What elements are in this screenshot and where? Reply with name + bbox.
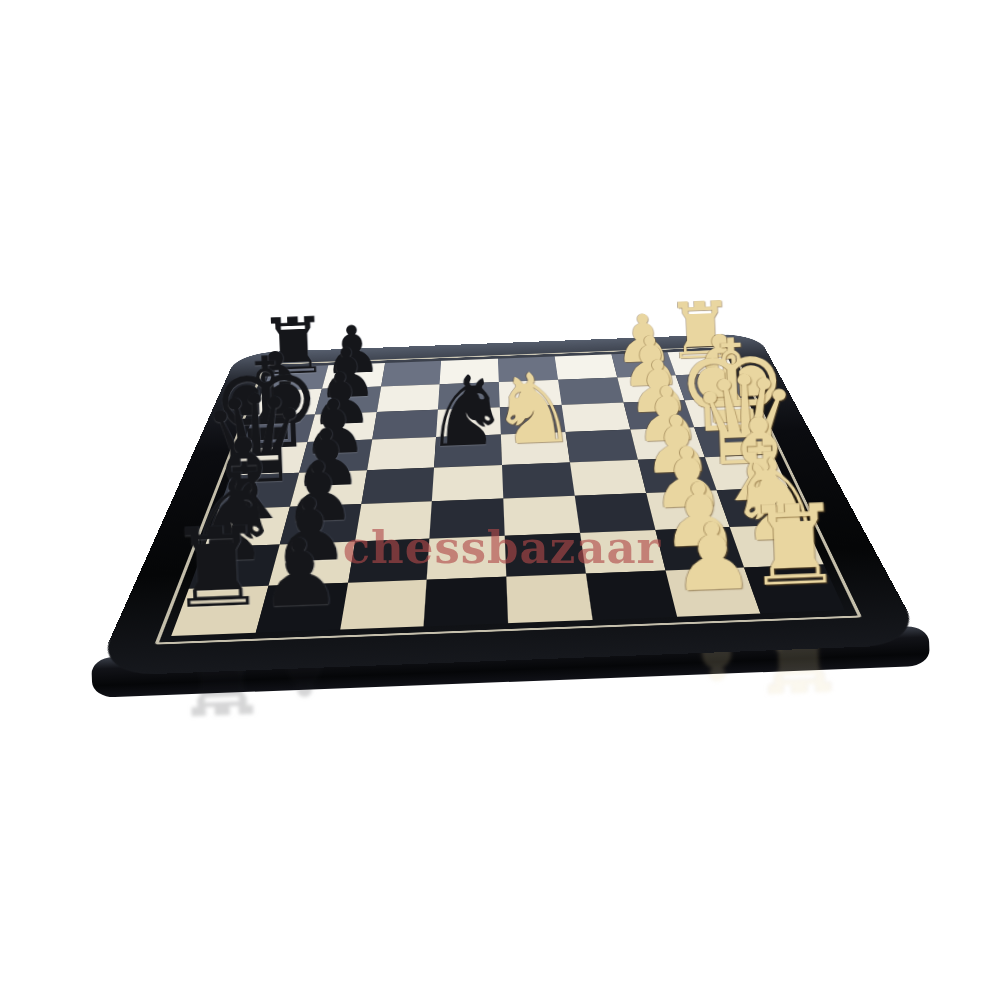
square-f2: ♟♟ (623, 400, 694, 430)
square-h6 (381, 361, 442, 387)
square-g3 (558, 377, 623, 404)
square-f1: ♝♝ (685, 398, 759, 428)
square-d5 (432, 465, 503, 501)
square-g7: ♟♟ (315, 386, 381, 414)
square-h8: ♜♜ (263, 365, 328, 391)
square-h2: ♟♟ (611, 352, 676, 377)
square-f8: ♝♝ (243, 414, 315, 444)
square-g6 (376, 384, 439, 412)
piece-white-knight: ♞♞ (739, 550, 817, 553)
piece-white-knight: ♞♞ (502, 452, 569, 455)
square-e4: ♞♞ (501, 432, 570, 465)
square-e6 (367, 437, 437, 470)
piece-white-king: ♚♚ (701, 444, 768, 447)
piece-black-bishop: ♝♝ (209, 531, 283, 534)
piece-white-pawn: ♟♟ (628, 418, 692, 420)
square-h5 (440, 359, 499, 384)
piece-white-pawn: ♟♟ (652, 514, 726, 517)
piece-white-pawn: ♟♟ (615, 367, 673, 369)
piece-white-queen: ♛♛ (713, 476, 783, 479)
watermark-text: chessbazaar (343, 521, 662, 574)
square-h3 (555, 354, 617, 379)
piece-white-rook: ♜♜ (673, 365, 731, 367)
square-d8: ♛♛ (219, 473, 299, 510)
square-e8: ♚♚ (231, 442, 307, 475)
square-g1 (676, 373, 747, 400)
piece-black-rook: ♜♜ (177, 616, 260, 619)
square-e5: ♞♞ (434, 435, 502, 468)
square-e3 (565, 430, 637, 463)
piece-white-pawn: ♟♟ (672, 597, 755, 600)
piece-black-pawn: ♟♟ (293, 492, 363, 495)
piece-black-pawn: ♟♟ (324, 378, 382, 380)
square-e2: ♟♟ (630, 427, 705, 460)
piece-white-pawn: ♟♟ (643, 479, 713, 482)
piece-black-bishop: ♝♝ (246, 432, 310, 434)
piece-black-pawn: ♟♟ (317, 403, 378, 405)
square-e1: ♚♚ (694, 425, 772, 457)
square-a8: ♜♜ (171, 586, 268, 636)
square-g8 (253, 389, 322, 417)
piece-black-pawn: ♟♟ (260, 613, 343, 616)
square-h7: ♟♟ (322, 363, 385, 389)
piece-white-pawn: ♟♟ (621, 391, 682, 393)
piece-black-pawn: ♟♟ (310, 430, 374, 432)
square-b8: ♞♞ (189, 544, 280, 589)
square-f5 (436, 407, 501, 437)
square-f7: ♟♟ (307, 412, 376, 442)
square-d2: ♟♟ (637, 457, 716, 493)
piece-white-pawn: ♟♟ (661, 553, 739, 556)
piece-black-pawn: ♟♟ (272, 568, 350, 571)
square-f3 (561, 402, 629, 432)
square-g2: ♟♟ (617, 375, 685, 402)
square-a6 (340, 580, 427, 630)
chess-set-product-photo: ♜♜♟♟♟♟♜♜♟♟♟♟♝♝♟♟♟♟♝♝♚♚♟♟♞♞♞♞♟♟♚♚♛♛♟♟♟♟♛♛… (0, 0, 1000, 1000)
piece-black-queen: ♛♛ (223, 495, 293, 498)
square-f6 (372, 409, 438, 439)
square-d3 (570, 460, 646, 496)
square-d4 (502, 462, 574, 498)
square-h4 (498, 357, 558, 382)
piece-white-bishop: ♝♝ (725, 511, 799, 514)
square-c8: ♝♝ (204, 507, 289, 547)
piece-black-knight: ♞♞ (194, 571, 272, 574)
piece-black-rook: ♜♜ (266, 380, 324, 382)
square-b7: ♟♟ (268, 541, 354, 586)
board-perspective-wrapper: ♜♜♟♟♟♟♜♜♟♟♟♟♝♝♟♟♟♟♝♝♚♚♟♟♞♞♞♞♟♟♚♚♛♛♟♟♟♟♛♛… (0, 0, 1000, 1000)
square-e7: ♟♟ (299, 440, 372, 473)
chess-board: ♜♜♟♟♟♟♜♜♟♟♟♟♝♝♟♟♟♟♝♝♚♚♟♟♞♞♞♞♟♟♚♚♛♛♟♟♟♟♛♛… (93, 333, 925, 676)
piece-white-bishop: ♝♝ (691, 415, 755, 417)
square-a4 (506, 574, 592, 623)
square-b2: ♟♟ (655, 527, 745, 571)
square-f4 (500, 405, 566, 435)
square-d7: ♟♟ (290, 470, 367, 506)
piece-white-rook: ♜♜ (755, 594, 838, 597)
square-g5 (438, 382, 500, 410)
square-d1: ♛♛ (705, 455, 788, 491)
square-d6 (361, 468, 434, 504)
